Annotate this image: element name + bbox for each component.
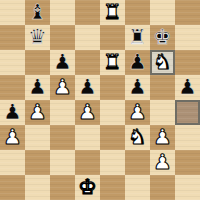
square-f4[interactable]: ♟ — [125, 100, 150, 125]
square-d4[interactable]: ♟ — [75, 100, 100, 125]
square-b6[interactable] — [25, 50, 50, 75]
square-d6[interactable] — [75, 50, 100, 75]
piece-white-pawn[interactable]: ♟ — [28, 100, 47, 125]
piece-white-pawn[interactable]: ♟ — [3, 125, 22, 150]
piece-white-pawn[interactable]: ♟ — [53, 75, 72, 100]
square-e8[interactable]: ♜ — [100, 0, 125, 25]
piece-white-knight[interactable]: ♞ — [153, 50, 172, 75]
square-d7[interactable] — [75, 25, 100, 50]
square-g3[interactable]: ♟ — [150, 125, 175, 150]
square-a7[interactable] — [0, 25, 25, 50]
square-g2[interactable]: ♟ — [150, 150, 175, 175]
square-h6[interactable] — [175, 50, 200, 75]
square-d8[interactable] — [75, 0, 100, 25]
square-f3[interactable]: ♞ — [125, 125, 150, 150]
square-h2[interactable] — [175, 150, 200, 175]
square-g7[interactable]: ♚ — [150, 25, 175, 50]
square-b2[interactable] — [25, 150, 50, 175]
square-a4[interactable]: ♟ — [0, 100, 25, 125]
piece-black-rook[interactable]: ♜ — [128, 25, 147, 50]
square-b1[interactable] — [25, 175, 50, 200]
piece-white-rook[interactable]: ♜ — [103, 0, 122, 25]
square-f6[interactable]: ♟ — [125, 50, 150, 75]
square-g1[interactable] — [150, 175, 175, 200]
square-e4[interactable] — [100, 100, 125, 125]
square-g4[interactable] — [150, 100, 175, 125]
square-h7[interactable] — [175, 25, 200, 50]
chess-app-window: ♝♜♛♜♚♟♜♟♞♟♟♟♟♟♟♟♟♟♟♞♟♟♚ — [0, 0, 200, 200]
piece-black-pawn[interactable]: ♟ — [78, 75, 97, 100]
piece-black-pawn[interactable]: ♟ — [128, 75, 147, 100]
piece-black-pawn[interactable]: ♟ — [128, 50, 147, 75]
square-g5[interactable] — [150, 75, 175, 100]
piece-white-pawn[interactable]: ♟ — [153, 150, 172, 175]
piece-black-pawn[interactable]: ♟ — [3, 100, 22, 125]
square-d5[interactable]: ♟ — [75, 75, 100, 100]
piece-black-queen[interactable]: ♛ — [28, 25, 47, 50]
square-e1[interactable] — [100, 175, 125, 200]
square-e5[interactable] — [100, 75, 125, 100]
square-h1[interactable] — [175, 175, 200, 200]
square-b7[interactable]: ♛ — [25, 25, 50, 50]
square-b3[interactable] — [25, 125, 50, 150]
square-c4[interactable] — [50, 100, 75, 125]
chess-board: ♝♜♛♜♚♟♜♟♞♟♟♟♟♟♟♟♟♟♟♞♟♟♚ — [0, 0, 200, 200]
square-h8[interactable] — [175, 0, 200, 25]
piece-black-king[interactable]: ♚ — [153, 25, 172, 50]
square-c5[interactable]: ♟ — [50, 75, 75, 100]
square-c3[interactable] — [50, 125, 75, 150]
square-e3[interactable] — [100, 125, 125, 150]
square-c6[interactable]: ♟ — [50, 50, 75, 75]
piece-black-pawn[interactable]: ♟ — [178, 75, 197, 100]
piece-white-rook[interactable]: ♜ — [103, 50, 122, 75]
square-d2[interactable] — [75, 150, 100, 175]
square-a2[interactable] — [0, 150, 25, 175]
square-f8[interactable] — [125, 0, 150, 25]
piece-white-pawn[interactable]: ♟ — [78, 100, 97, 125]
square-g8[interactable] — [150, 0, 175, 25]
square-d3[interactable] — [75, 125, 100, 150]
piece-black-bishop[interactable]: ♝ — [28, 0, 47, 25]
piece-white-pawn[interactable]: ♟ — [153, 125, 172, 150]
square-a1[interactable] — [0, 175, 25, 200]
square-c1[interactable] — [50, 175, 75, 200]
square-g6[interactable]: ♞ — [150, 50, 175, 75]
square-h3[interactable] — [175, 125, 200, 150]
square-e7[interactable] — [100, 25, 125, 50]
piece-black-pawn[interactable]: ♟ — [28, 75, 47, 100]
piece-white-king[interactable]: ♚ — [78, 175, 97, 200]
square-f2[interactable] — [125, 150, 150, 175]
square-d1[interactable]: ♚ — [75, 175, 100, 200]
square-f1[interactable] — [125, 175, 150, 200]
piece-black-pawn[interactable]: ♟ — [53, 50, 72, 75]
square-a6[interactable] — [0, 50, 25, 75]
piece-white-knight[interactable]: ♞ — [128, 125, 147, 150]
square-a5[interactable] — [0, 75, 25, 100]
square-f7[interactable]: ♜ — [125, 25, 150, 50]
square-b8[interactable]: ♝ — [25, 0, 50, 25]
square-b4[interactable]: ♟ — [25, 100, 50, 125]
square-h4[interactable] — [175, 100, 200, 125]
square-b5[interactable]: ♟ — [25, 75, 50, 100]
piece-white-pawn[interactable]: ♟ — [128, 100, 147, 125]
square-c7[interactable] — [50, 25, 75, 50]
square-c8[interactable] — [50, 0, 75, 25]
square-h5[interactable]: ♟ — [175, 75, 200, 100]
square-c2[interactable] — [50, 150, 75, 175]
square-a8[interactable] — [0, 0, 25, 25]
square-f5[interactable]: ♟ — [125, 75, 150, 100]
square-e2[interactable] — [100, 150, 125, 175]
square-a3[interactable]: ♟ — [0, 125, 25, 150]
square-e6[interactable]: ♜ — [100, 50, 125, 75]
